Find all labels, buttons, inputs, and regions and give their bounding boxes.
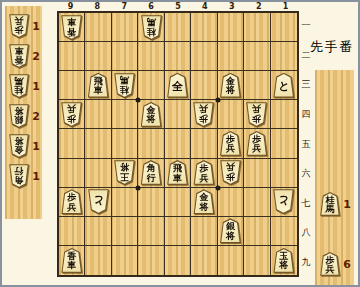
square-3e[interactable]: 歩兵 — [218, 129, 244, 158]
sente-hand-item: 歩兵6 — [315, 250, 354, 278]
hoshi-dot — [136, 185, 141, 190]
gote-hand-item: 桂馬1 — [5, 71, 42, 101]
square-4i[interactable] — [191, 246, 217, 275]
piece-香車[interactable]: 香車 — [61, 15, 82, 40]
piece-金将[interactable]: 金将 — [141, 102, 162, 127]
square-5e[interactable] — [165, 129, 191, 158]
square-6h[interactable] — [138, 217, 164, 246]
hand-count: 1 — [32, 140, 40, 153]
square-8a[interactable] — [85, 13, 111, 42]
square-8d[interactable] — [85, 100, 111, 129]
piece-角行[interactable]: 角行 — [9, 164, 29, 188]
square-5f[interactable]: 飛車 — [165, 159, 191, 188]
square-1c[interactable]: と — [271, 71, 297, 100]
square-4e[interactable] — [191, 129, 217, 158]
square-9c[interactable] — [59, 71, 85, 100]
piece-香車[interactable]: 香車 — [9, 44, 29, 68]
square-9b[interactable] — [59, 42, 85, 71]
gote-hand-item: 香車2 — [5, 41, 42, 71]
file-label: 7 — [111, 2, 138, 11]
file-labels: 987654321 — [57, 2, 299, 11]
rank-label: 九 — [299, 248, 313, 278]
sente-hand-stand: 桂馬1歩兵6 — [315, 70, 354, 285]
square-6c[interactable] — [138, 71, 164, 100]
square-5a[interactable] — [165, 13, 191, 42]
square-7b[interactable] — [112, 42, 138, 71]
square-2c[interactable] — [244, 71, 270, 100]
piece-全[interactable]: 全 — [167, 73, 188, 98]
square-2a[interactable] — [244, 13, 270, 42]
file-label: 5 — [165, 2, 192, 11]
square-1e[interactable] — [271, 129, 297, 158]
square-5g[interactable] — [165, 188, 191, 217]
square-6b[interactable] — [138, 42, 164, 71]
file-label: 1 — [272, 2, 299, 11]
piece-と[interactable]: と — [88, 189, 109, 214]
piece-と[interactable]: と — [273, 73, 294, 98]
square-9f[interactable] — [59, 159, 85, 188]
hand-count: 1 — [32, 170, 40, 183]
square-8i[interactable] — [85, 246, 111, 275]
gote-hand-item: 金将1 — [5, 131, 42, 161]
file-label: 6 — [138, 2, 165, 11]
shogi-diagram: 歩兵1香車2桂馬1銀将2金将1角行1 987654321 香車桂馬飛車桂馬全金将… — [0, 0, 360, 287]
square-4b[interactable] — [191, 42, 217, 71]
hand-count: 1 — [343, 198, 351, 211]
square-9i[interactable]: 香車 — [59, 246, 85, 275]
shogi-board: 香車桂馬飛車桂馬全金将と歩兵金将歩兵歩兵歩兵歩兵王将角行飛車歩兵歩兵歩兵と金将と… — [57, 11, 299, 277]
piece-玉将[interactable]: 玉将 — [273, 248, 294, 273]
square-6e[interactable] — [138, 129, 164, 158]
square-5d[interactable] — [165, 100, 191, 129]
square-1h[interactable] — [271, 217, 297, 246]
piece-銀将[interactable]: 銀将 — [9, 104, 29, 128]
sente-hand-item: 桂馬1 — [315, 190, 354, 218]
piece-桂馬[interactable]: 桂馬 — [141, 15, 162, 40]
piece-歩兵[interactable]: 歩兵 — [61, 102, 82, 127]
hand-count: 6 — [343, 258, 351, 271]
square-1a[interactable] — [271, 13, 297, 42]
square-9d[interactable]: 歩兵 — [59, 100, 85, 129]
square-6i[interactable] — [138, 246, 164, 275]
square-7h[interactable] — [112, 217, 138, 246]
square-9e[interactable] — [59, 129, 85, 158]
square-5c[interactable]: 全 — [165, 71, 191, 100]
square-2e[interactable]: 歩兵 — [244, 129, 270, 158]
square-8f[interactable] — [85, 159, 111, 188]
square-1b[interactable] — [271, 42, 297, 71]
square-1i[interactable]: 玉将 — [271, 246, 297, 275]
rank-label: 五 — [299, 129, 313, 159]
piece-桂馬[interactable]: 桂馬 — [320, 192, 340, 216]
file-label: 4 — [191, 2, 218, 11]
piece-歩兵[interactable]: 歩兵 — [193, 102, 214, 127]
square-2f[interactable] — [244, 159, 270, 188]
square-4a[interactable] — [191, 13, 217, 42]
piece-歩兵[interactable]: 歩兵 — [9, 14, 29, 38]
square-2b[interactable] — [244, 42, 270, 71]
square-6f[interactable]: 角行 — [138, 159, 164, 188]
piece-金将[interactable]: 金将 — [193, 189, 214, 214]
piece-歩兵[interactable]: 歩兵 — [193, 160, 214, 185]
square-3i[interactable] — [218, 246, 244, 275]
square-6g[interactable] — [138, 188, 164, 217]
gote-hand-item: 角行1 — [5, 161, 42, 191]
square-8b[interactable] — [85, 42, 111, 71]
square-7g[interactable] — [112, 188, 138, 217]
square-2i[interactable] — [244, 246, 270, 275]
square-6d[interactable]: 金将 — [138, 100, 164, 129]
hoshi-dot — [215, 98, 220, 103]
square-9h[interactable] — [59, 217, 85, 246]
rank-label: 三 — [299, 70, 313, 100]
piece-角行[interactable]: 角行 — [141, 160, 162, 185]
square-5h[interactable] — [165, 217, 191, 246]
piece-金将[interactable]: 金将 — [9, 134, 29, 158]
square-4h[interactable] — [191, 217, 217, 246]
piece-歩兵[interactable]: 歩兵 — [246, 102, 267, 127]
square-5i[interactable] — [165, 246, 191, 275]
file-label: 8 — [84, 2, 111, 11]
rank-label: 八 — [299, 218, 313, 248]
piece-桂馬[interactable]: 桂馬 — [9, 74, 29, 98]
square-1g[interactable]: と — [271, 188, 297, 217]
square-6a[interactable]: 桂馬 — [138, 13, 164, 42]
square-8h[interactable] — [85, 217, 111, 246]
square-2h[interactable] — [244, 217, 270, 246]
square-9g[interactable]: 歩兵 — [59, 188, 85, 217]
file-label: 3 — [218, 2, 245, 11]
piece-金将[interactable]: 金将 — [220, 73, 241, 98]
piece-桂馬[interactable]: 桂馬 — [114, 73, 135, 98]
square-3h[interactable]: 銀将 — [218, 217, 244, 246]
piece-飛車[interactable]: 飛車 — [167, 160, 188, 185]
square-3g[interactable] — [218, 188, 244, 217]
hand-count: 2 — [32, 50, 40, 63]
square-2g[interactable] — [244, 188, 270, 217]
gote-hand-item: 歩兵1 — [5, 11, 42, 41]
piece-歩兵[interactable]: 歩兵 — [220, 160, 241, 185]
square-7f[interactable]: 王将 — [112, 159, 138, 188]
square-2d[interactable]: 歩兵 — [244, 100, 270, 129]
hoshi-dot — [215, 185, 220, 190]
piece-歩兵[interactable]: 歩兵 — [320, 252, 340, 276]
hand-count: 1 — [32, 80, 40, 93]
square-1f[interactable] — [271, 159, 297, 188]
hoshi-dot — [136, 98, 141, 103]
piece-香車[interactable]: 香車 — [61, 248, 82, 273]
hand-count: 1 — [32, 20, 40, 33]
gote-hand-item: 銀将2 — [5, 101, 42, 131]
piece-飛車[interactable]: 飛車 — [88, 73, 109, 98]
rank-label: 四 — [299, 100, 313, 130]
square-3d[interactable] — [218, 100, 244, 129]
square-4d[interactable]: 歩兵 — [191, 100, 217, 129]
rank-label: 六 — [299, 159, 313, 189]
square-9a[interactable]: 香車 — [59, 13, 85, 42]
rank-label: 一 — [299, 11, 313, 41]
square-5b[interactable] — [165, 42, 191, 71]
file-label: 9 — [57, 2, 84, 11]
square-7e[interactable] — [112, 129, 138, 158]
piece-王将[interactable]: 王将 — [114, 160, 135, 185]
square-1d[interactable] — [271, 100, 297, 129]
turn-indicator: 先手番 — [310, 38, 354, 56]
piece-歩兵[interactable]: 歩兵 — [220, 131, 241, 156]
piece-歩兵[interactable]: 歩兵 — [246, 131, 267, 156]
square-8g[interactable]: と — [85, 188, 111, 217]
square-8c[interactable]: 飛車 — [85, 71, 111, 100]
hand-count: 2 — [32, 110, 40, 123]
gote-hand-stand: 歩兵1香車2桂馬1銀将2金将1角行1 — [5, 6, 42, 219]
square-4c[interactable] — [191, 71, 217, 100]
square-3a[interactable] — [218, 13, 244, 42]
square-7d[interactable] — [112, 100, 138, 129]
square-3f[interactable]: 歩兵 — [218, 159, 244, 188]
square-4f[interactable]: 歩兵 — [191, 159, 217, 188]
rank-label: 七 — [299, 188, 313, 218]
piece-と[interactable]: と — [273, 189, 294, 214]
square-3c[interactable]: 金将 — [218, 71, 244, 100]
piece-銀将[interactable]: 銀将 — [220, 218, 241, 243]
square-4g[interactable]: 金将 — [191, 188, 217, 217]
square-8e[interactable] — [85, 129, 111, 158]
square-7c[interactable]: 桂馬 — [112, 71, 138, 100]
square-7a[interactable] — [112, 13, 138, 42]
square-3b[interactable] — [218, 42, 244, 71]
file-label: 2 — [245, 2, 272, 11]
square-7i[interactable] — [112, 246, 138, 275]
piece-歩兵[interactable]: 歩兵 — [61, 189, 82, 214]
